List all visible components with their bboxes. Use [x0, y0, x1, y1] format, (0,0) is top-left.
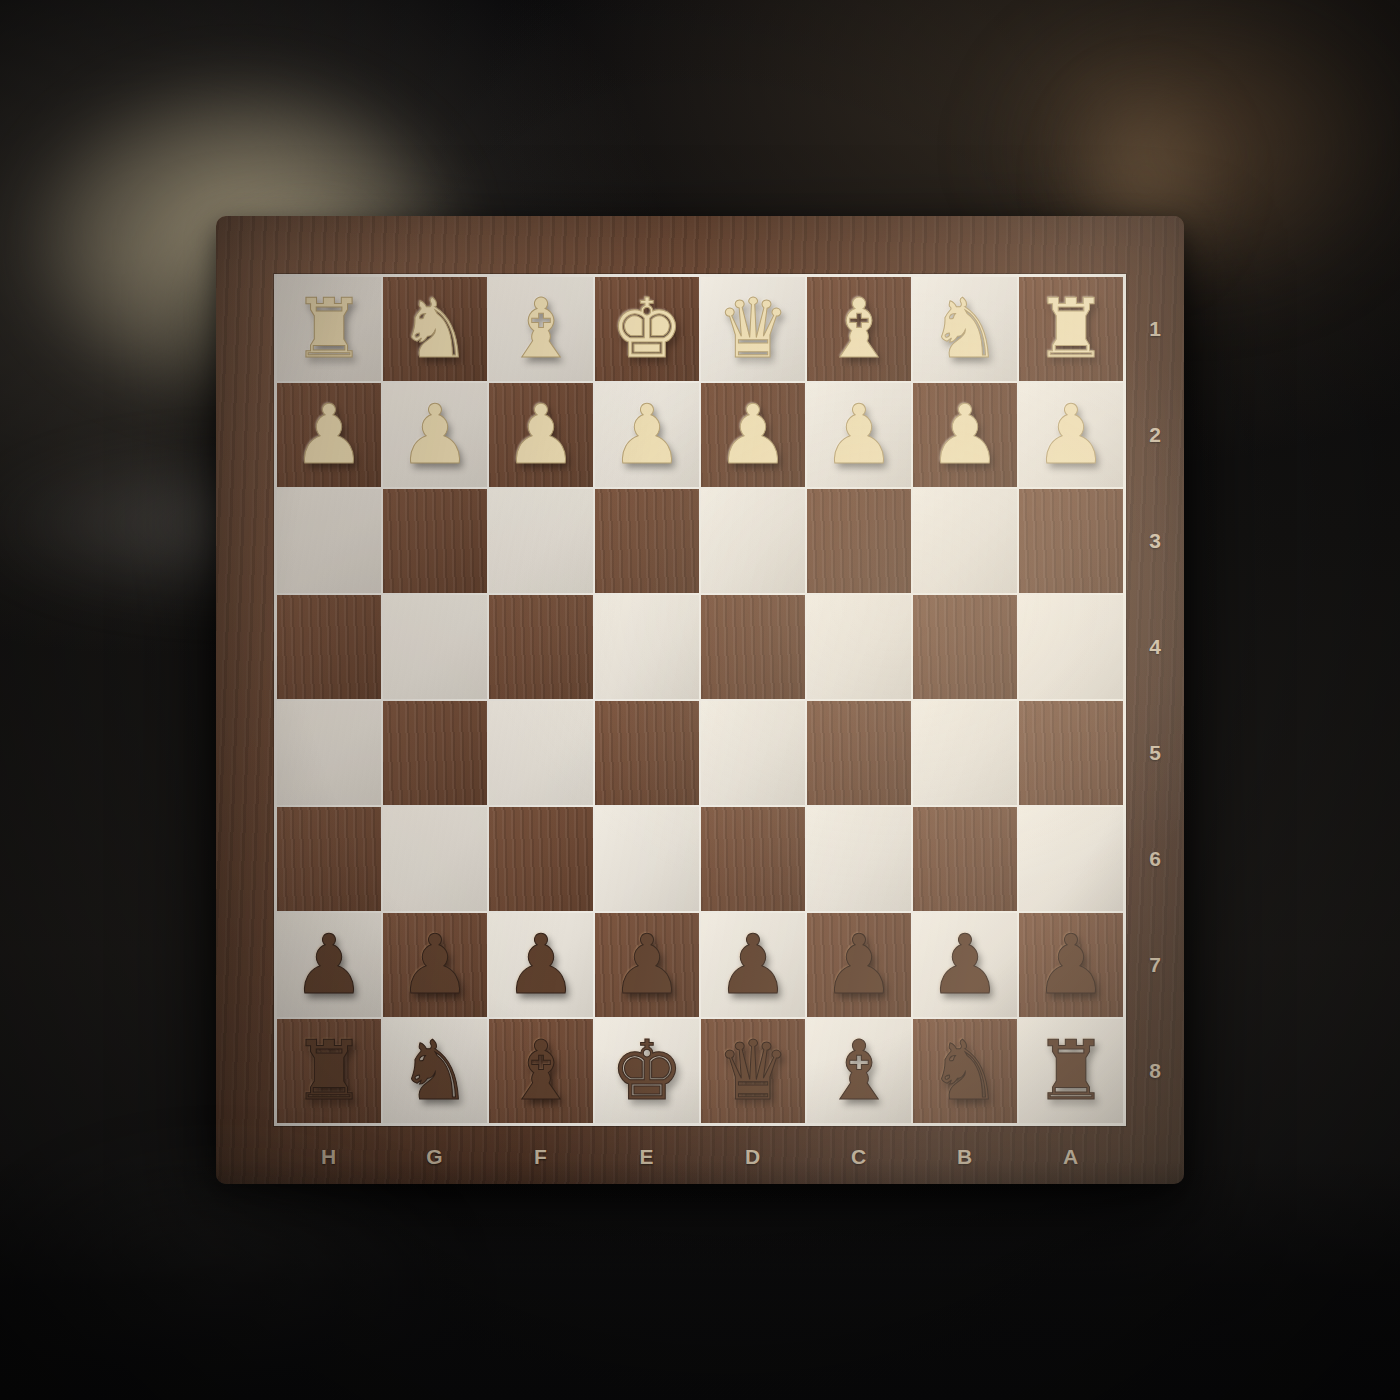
- square-h2: ♟: [277, 383, 381, 487]
- square-g6: [383, 807, 487, 911]
- rank-label-8: 8: [1142, 1059, 1168, 1083]
- piece-black-bishop-f8: ♝: [489, 1019, 593, 1123]
- piece-black-pawn-a7: ♟: [1019, 913, 1123, 1017]
- piece-white-knight-b1: ♞: [913, 277, 1017, 381]
- square-e1: ♚: [595, 277, 699, 381]
- board-squares: ♜♞♝♚♛♝♞♜♟♟♟♟♟♟♟♟♟♟♟♟♟♟♟♟♜♞♝♚♛♝♞♜: [274, 274, 1126, 1126]
- piece-black-king-e8: ♚: [595, 1019, 699, 1123]
- square-g1: ♞: [383, 277, 487, 381]
- file-label-c: C: [807, 1145, 911, 1169]
- piece-black-bishop-c8: ♝: [807, 1019, 911, 1123]
- square-e2: ♟: [595, 383, 699, 487]
- piece-white-pawn-d2: ♟: [701, 383, 805, 487]
- square-h6: [277, 807, 381, 911]
- piece-white-rook-a1: ♜: [1019, 277, 1123, 381]
- square-g3: [383, 489, 487, 593]
- square-g7: ♟: [383, 913, 487, 1017]
- board-frame: ♜♞♝♚♛♝♞♜♟♟♟♟♟♟♟♟♟♟♟♟♟♟♟♟♜♞♝♚♛♝♞♜ HGFEDCB…: [216, 216, 1184, 1184]
- piece-white-pawn-a2: ♟: [1019, 383, 1123, 487]
- piece-black-knight-g8: ♞: [383, 1019, 487, 1123]
- file-label-d: D: [701, 1145, 805, 1169]
- square-h4: [277, 595, 381, 699]
- square-g2: ♟: [383, 383, 487, 487]
- square-f8: ♝: [489, 1019, 593, 1123]
- square-b2: ♟: [913, 383, 1017, 487]
- square-g4: [383, 595, 487, 699]
- square-b5: [913, 701, 1017, 805]
- square-d1: ♛: [701, 277, 805, 381]
- square-a4: [1019, 595, 1123, 699]
- square-b4: [913, 595, 1017, 699]
- square-c8: ♝: [807, 1019, 911, 1123]
- square-a7: ♟: [1019, 913, 1123, 1017]
- square-b6: [913, 807, 1017, 911]
- square-e6: [595, 807, 699, 911]
- piece-black-pawn-g7: ♟: [383, 913, 487, 1017]
- square-a5: [1019, 701, 1123, 805]
- square-a1: ♜: [1019, 277, 1123, 381]
- square-e4: [595, 595, 699, 699]
- rank-label-5: 5: [1142, 741, 1168, 765]
- file-label-b: B: [913, 1145, 1017, 1169]
- square-a3: [1019, 489, 1123, 593]
- rank-label-6: 6: [1142, 847, 1168, 871]
- square-d6: [701, 807, 805, 911]
- square-h8: ♜: [277, 1019, 381, 1123]
- square-b1: ♞: [913, 277, 1017, 381]
- square-c3: [807, 489, 911, 593]
- square-d4: [701, 595, 805, 699]
- piece-white-pawn-b2: ♟: [913, 383, 1017, 487]
- square-e7: ♟: [595, 913, 699, 1017]
- piece-white-bishop-c1: ♝: [807, 277, 911, 381]
- rank-label-2: 2: [1142, 423, 1168, 447]
- file-labels: HGFEDCBA: [277, 1145, 1123, 1169]
- piece-white-pawn-g2: ♟: [383, 383, 487, 487]
- square-d2: ♟: [701, 383, 805, 487]
- square-g8: ♞: [383, 1019, 487, 1123]
- photo-scene: ♜♞♝♚♛♝♞♜♟♟♟♟♟♟♟♟♟♟♟♟♟♟♟♟♜♞♝♚♛♝♞♜ HGFEDCB…: [0, 0, 1400, 1400]
- square-c4: [807, 595, 911, 699]
- square-h5: [277, 701, 381, 805]
- square-f5: [489, 701, 593, 805]
- chess-board: ♜♞♝♚♛♝♞♜♟♟♟♟♟♟♟♟♟♟♟♟♟♟♟♟♜♞♝♚♛♝♞♜ HGFEDCB…: [216, 216, 1184, 1184]
- piece-black-pawn-d7: ♟: [701, 913, 805, 1017]
- piece-white-pawn-f2: ♟: [489, 383, 593, 487]
- piece-black-pawn-h7: ♟: [277, 913, 381, 1017]
- square-c5: [807, 701, 911, 805]
- square-e8: ♚: [595, 1019, 699, 1123]
- square-e5: [595, 701, 699, 805]
- rank-label-1: 1: [1142, 317, 1168, 341]
- piece-white-pawn-e2: ♟: [595, 383, 699, 487]
- square-c7: ♟: [807, 913, 911, 1017]
- square-c6: [807, 807, 911, 911]
- piece-black-pawn-e7: ♟: [595, 913, 699, 1017]
- square-b3: [913, 489, 1017, 593]
- square-h7: ♟: [277, 913, 381, 1017]
- square-b7: ♟: [913, 913, 1017, 1017]
- square-f7: ♟: [489, 913, 593, 1017]
- piece-black-rook-a8: ♜: [1019, 1019, 1123, 1123]
- piece-white-knight-g1: ♞: [383, 277, 487, 381]
- rank-label-3: 3: [1142, 529, 1168, 553]
- square-f1: ♝: [489, 277, 593, 381]
- file-label-g: G: [383, 1145, 487, 1169]
- piece-white-bishop-f1: ♝: [489, 277, 593, 381]
- square-f6: [489, 807, 593, 911]
- square-g5: [383, 701, 487, 805]
- rank-label-7: 7: [1142, 953, 1168, 977]
- piece-white-pawn-c2: ♟: [807, 383, 911, 487]
- square-h1: ♜: [277, 277, 381, 381]
- square-a6: [1019, 807, 1123, 911]
- file-label-a: A: [1019, 1145, 1123, 1169]
- square-a2: ♟: [1019, 383, 1123, 487]
- piece-black-pawn-f7: ♟: [489, 913, 593, 1017]
- piece-black-queen-d8: ♛: [701, 1019, 805, 1123]
- square-d5: [701, 701, 805, 805]
- piece-black-knight-b8: ♞: [913, 1019, 1017, 1123]
- file-label-h: H: [277, 1145, 381, 1169]
- piece-white-queen-d1: ♛: [701, 277, 805, 381]
- foreground-shadow: [0, 1160, 1400, 1400]
- square-b8: ♞: [913, 1019, 1017, 1123]
- piece-white-rook-h1: ♜: [277, 277, 381, 381]
- square-c1: ♝: [807, 277, 911, 381]
- square-d8: ♛: [701, 1019, 805, 1123]
- file-label-e: E: [595, 1145, 699, 1169]
- rank-labels: 12345678: [1142, 277, 1168, 1123]
- square-a8: ♜: [1019, 1019, 1123, 1123]
- square-f4: [489, 595, 593, 699]
- piece-white-pawn-h2: ♟: [277, 383, 381, 487]
- square-d7: ♟: [701, 913, 805, 1017]
- piece-black-pawn-c7: ♟: [807, 913, 911, 1017]
- square-h3: [277, 489, 381, 593]
- piece-black-pawn-b7: ♟: [913, 913, 1017, 1017]
- square-e3: [595, 489, 699, 593]
- square-f3: [489, 489, 593, 593]
- file-label-f: F: [489, 1145, 593, 1169]
- rank-label-4: 4: [1142, 635, 1168, 659]
- piece-white-king-e1: ♚: [595, 277, 699, 381]
- piece-black-rook-h8: ♜: [277, 1019, 381, 1123]
- square-f2: ♟: [489, 383, 593, 487]
- square-c2: ♟: [807, 383, 911, 487]
- square-d3: [701, 489, 805, 593]
